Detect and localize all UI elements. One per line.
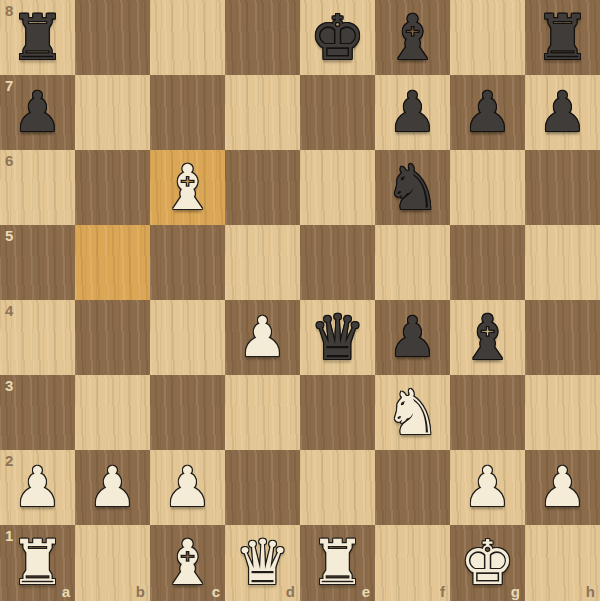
square-b8[interactable] (75, 0, 150, 75)
square-c4[interactable] (150, 300, 225, 375)
square-d3[interactable] (225, 375, 300, 450)
square-e7[interactable] (300, 75, 375, 150)
square-c5[interactable] (150, 225, 225, 300)
square-g6[interactable] (450, 150, 525, 225)
piece-white-rook[interactable]: ♜ (300, 525, 375, 601)
square-c3[interactable] (150, 375, 225, 450)
square-g5[interactable] (450, 225, 525, 300)
square-f8[interactable]: ♝ (375, 0, 450, 75)
rank-label-4: 4 (5, 302, 13, 319)
square-g2[interactable]: ♟ (450, 450, 525, 525)
square-d4[interactable]: ♟ (225, 300, 300, 375)
square-h6[interactable] (525, 150, 600, 225)
square-b7[interactable] (75, 75, 150, 150)
chess-board: 8♜♚♝♜7♟♟♟♟6♝♞54♟♛♟♝3♞2♟♟♟♟♟1a♜bc♝d♛e♜fg♚… (0, 0, 600, 601)
square-f4[interactable]: ♟ (375, 300, 450, 375)
square-f7[interactable]: ♟ (375, 75, 450, 150)
square-h2[interactable]: ♟ (525, 450, 600, 525)
square-c2[interactable]: ♟ (150, 450, 225, 525)
square-c1[interactable]: c♝ (150, 525, 225, 601)
square-b3[interactable] (75, 375, 150, 450)
square-e4[interactable]: ♛ (300, 300, 375, 375)
square-a8[interactable]: 8♜ (0, 0, 75, 75)
square-b5[interactable] (75, 225, 150, 300)
square-f6[interactable]: ♞ (375, 150, 450, 225)
piece-white-pawn[interactable]: ♟ (75, 450, 150, 525)
piece-white-bishop[interactable]: ♝ (150, 525, 225, 601)
square-g4[interactable]: ♝ (450, 300, 525, 375)
piece-white-pawn[interactable]: ♟ (525, 450, 600, 525)
file-label-h: h (586, 583, 595, 600)
square-c7[interactable] (150, 75, 225, 150)
piece-black-pawn[interactable]: ♟ (525, 75, 600, 150)
square-e8[interactable]: ♚ (300, 0, 375, 75)
square-d1[interactable]: d♛ (225, 525, 300, 601)
square-d8[interactable] (225, 0, 300, 75)
square-d6[interactable] (225, 150, 300, 225)
piece-white-pawn[interactable]: ♟ (450, 450, 525, 525)
piece-black-rook[interactable]: ♜ (0, 0, 75, 75)
square-a3[interactable]: 3 (0, 375, 75, 450)
square-f5[interactable] (375, 225, 450, 300)
square-a4[interactable]: 4 (0, 300, 75, 375)
square-e6[interactable] (300, 150, 375, 225)
piece-white-knight[interactable]: ♞ (375, 375, 450, 450)
piece-black-bishop[interactable]: ♝ (375, 0, 450, 75)
square-a5[interactable]: 5 (0, 225, 75, 300)
square-d5[interactable] (225, 225, 300, 300)
piece-white-rook[interactable]: ♜ (0, 525, 75, 601)
square-c8[interactable] (150, 0, 225, 75)
square-a7[interactable]: 7♟ (0, 75, 75, 150)
square-h7[interactable]: ♟ (525, 75, 600, 150)
square-a2[interactable]: 2♟ (0, 450, 75, 525)
square-h4[interactable] (525, 300, 600, 375)
square-h1[interactable]: h (525, 525, 600, 601)
piece-black-pawn[interactable]: ♟ (375, 300, 450, 375)
square-h5[interactable] (525, 225, 600, 300)
piece-white-pawn[interactable]: ♟ (0, 450, 75, 525)
square-f1[interactable]: f (375, 525, 450, 601)
file-label-f: f (440, 583, 445, 600)
square-d7[interactable] (225, 75, 300, 150)
piece-black-pawn[interactable]: ♟ (375, 75, 450, 150)
square-c6[interactable]: ♝ (150, 150, 225, 225)
square-g8[interactable] (450, 0, 525, 75)
piece-black-pawn[interactable]: ♟ (0, 75, 75, 150)
square-b1[interactable]: b (75, 525, 150, 601)
piece-black-queen[interactable]: ♛ (300, 300, 375, 375)
square-h3[interactable] (525, 375, 600, 450)
square-b6[interactable] (75, 150, 150, 225)
square-b2[interactable]: ♟ (75, 450, 150, 525)
piece-black-pawn[interactable]: ♟ (450, 75, 525, 150)
square-f3[interactable]: ♞ (375, 375, 450, 450)
square-e5[interactable] (300, 225, 375, 300)
piece-black-rook[interactable]: ♜ (525, 0, 600, 75)
file-label-b: b (136, 583, 145, 600)
piece-white-pawn[interactable]: ♟ (150, 450, 225, 525)
square-a1[interactable]: 1a♜ (0, 525, 75, 601)
square-e1[interactable]: e♜ (300, 525, 375, 601)
piece-white-king[interactable]: ♚ (450, 525, 525, 601)
piece-black-bishop[interactable]: ♝ (450, 300, 525, 375)
square-f2[interactable] (375, 450, 450, 525)
rank-label-3: 3 (5, 377, 13, 394)
square-b4[interactable] (75, 300, 150, 375)
rank-label-6: 6 (5, 152, 13, 169)
square-g7[interactable]: ♟ (450, 75, 525, 150)
square-d2[interactable] (225, 450, 300, 525)
piece-white-pawn[interactable]: ♟ (225, 300, 300, 375)
piece-white-queen[interactable]: ♛ (225, 525, 300, 601)
square-g1[interactable]: g♚ (450, 525, 525, 601)
square-g3[interactable] (450, 375, 525, 450)
square-h8[interactable]: ♜ (525, 0, 600, 75)
square-e3[interactable] (300, 375, 375, 450)
piece-white-bishop[interactable]: ♝ (150, 150, 225, 225)
rank-label-5: 5 (5, 227, 13, 244)
piece-black-king[interactable]: ♚ (300, 0, 375, 75)
piece-black-knight[interactable]: ♞ (375, 150, 450, 225)
square-a6[interactable]: 6 (0, 150, 75, 225)
square-e2[interactable] (300, 450, 375, 525)
